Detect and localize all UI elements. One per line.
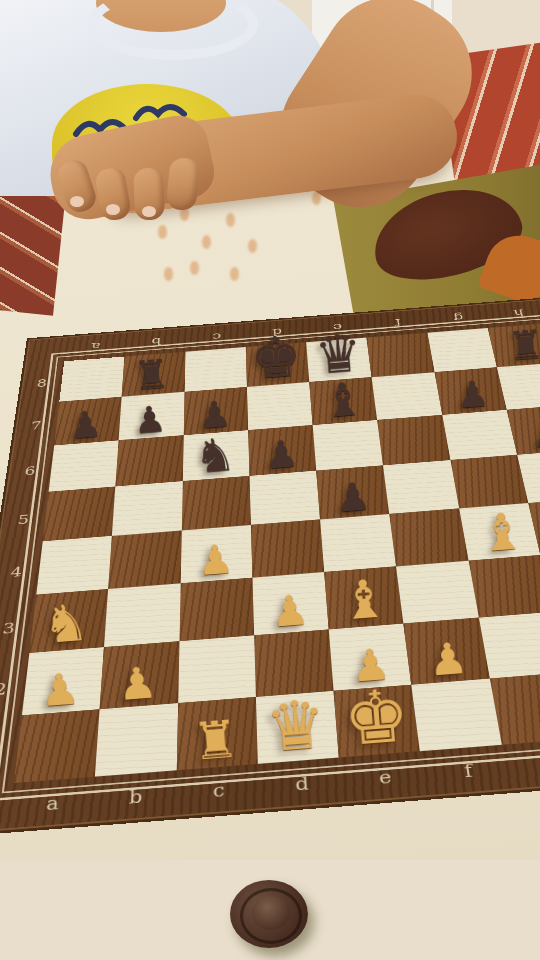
- square-f3[interactable]: [396, 561, 478, 623]
- square-e3[interactable]: ♝: [324, 567, 403, 630]
- square-a2[interactable]: ♟: [22, 647, 104, 715]
- chess-board-wrapper: 87654321 87654321 abcdefgh abcdefgh ♜♚♛♜…: [0, 295, 540, 838]
- coord-label-e: e: [342, 751, 430, 804]
- white-pawn-c4[interactable]: ♟: [177, 537, 252, 583]
- square-a4[interactable]: [36, 536, 112, 595]
- white-pawn-d3[interactable]: ♟: [251, 587, 329, 635]
- square-d4[interactable]: [251, 519, 324, 577]
- square-g3[interactable]: [468, 555, 540, 617]
- captured-pawn-head: [252, 896, 290, 930]
- square-g6[interactable]: [442, 410, 517, 460]
- coord-label-e: e: [306, 313, 369, 342]
- white-pawn-f2[interactable]: ♟: [408, 634, 489, 684]
- square-a1[interactable]: [14, 709, 100, 783]
- square-f4[interactable]: [389, 509, 468, 567]
- black-pawn-d6[interactable]: ♟: [247, 433, 317, 476]
- square-e6[interactable]: [313, 420, 383, 471]
- white-knight-a3[interactable]: ♞: [26, 595, 105, 652]
- square-g7[interactable]: ♟: [434, 367, 506, 414]
- square-d7[interactable]: [247, 382, 313, 430]
- chess-board: 87654321 87654321 abcdefgh abcdefgh ♜♚♛♜…: [0, 295, 540, 838]
- white-bishop-e3[interactable]: ♝: [325, 570, 404, 628]
- square-a8[interactable]: [59, 357, 124, 402]
- tablecloth-sprig-cluster-1: [150, 195, 280, 305]
- square-a6[interactable]: [49, 440, 119, 491]
- coord-label-f: f: [366, 308, 430, 337]
- square-c6[interactable]: ♞: [182, 430, 249, 481]
- black-pawn-b7[interactable]: ♟: [116, 399, 183, 440]
- square-e5[interactable]: ♟: [316, 465, 389, 519]
- coord-label-c: c: [186, 322, 247, 351]
- black-rook-h8[interactable]: ♜: [493, 323, 540, 367]
- white-pawn-b2[interactable]: ♟: [97, 659, 178, 709]
- white-queen-d1[interactable]: ♛: [253, 690, 339, 763]
- square-b5[interactable]: [112, 481, 182, 536]
- captured-black-pawn: [230, 880, 308, 948]
- square-a5[interactable]: [43, 486, 116, 541]
- black-pawn-a7[interactable]: ♟: [52, 404, 119, 445]
- coord-label-a: a: [8, 777, 96, 830]
- square-b3[interactable]: [104, 584, 180, 647]
- coord-label-4: 4: [0, 543, 42, 601]
- square-g8[interactable]: [427, 328, 497, 372]
- square-d3[interactable]: ♟: [252, 572, 328, 635]
- square-b2[interactable]: ♟: [100, 641, 179, 709]
- square-c2[interactable]: [178, 635, 256, 703]
- coord-label-a: a: [64, 332, 127, 361]
- square-d5[interactable]: [249, 470, 320, 524]
- white-rook-c1[interactable]: ♜: [173, 712, 258, 770]
- coord-label-b: b: [125, 327, 187, 356]
- white-bishop-g4[interactable]: ♝: [464, 504, 540, 560]
- fingernail-1: [70, 196, 84, 207]
- board-squares: ♜♚♛♜♟♟♟♝♟♞♟♟♟♝♟♝♞♟♝♟♟♟♟♜♛♚: [14, 323, 540, 783]
- black-pawn-e5[interactable]: ♟: [317, 475, 389, 519]
- square-c8[interactable]: [184, 347, 246, 392]
- square-c4[interactable]: ♟: [180, 525, 252, 584]
- coord-label-5: 5: [0, 493, 48, 547]
- coord-label-7: 7: [12, 402, 59, 449]
- coord-label-h: h: [486, 299, 540, 328]
- coord-label-d: d: [247, 318, 309, 347]
- coord-label-g: g: [426, 304, 491, 333]
- black-bishop-e7[interactable]: ♝: [309, 374, 377, 425]
- square-a3[interactable]: ♞: [29, 589, 108, 652]
- square-f5[interactable]: [383, 460, 459, 514]
- square-b6[interactable]: [116, 435, 184, 486]
- square-c1[interactable]: ♜: [176, 697, 257, 771]
- square-e4[interactable]: [320, 514, 396, 572]
- coord-label-8: 8: [19, 361, 64, 405]
- square-f8[interactable]: [367, 333, 435, 378]
- coord-label-b: b: [93, 770, 178, 823]
- square-g1[interactable]: [489, 672, 540, 744]
- square-c5[interactable]: [181, 476, 250, 531]
- square-f6[interactable]: [377, 415, 450, 466]
- coord-label-6: 6: [5, 446, 54, 496]
- square-d8[interactable]: ♚: [246, 342, 310, 387]
- coord-label-f: f: [424, 744, 514, 796]
- square-g4[interactable]: ♝: [459, 503, 540, 561]
- square-f2[interactable]: ♟: [404, 617, 490, 684]
- fingernail-3: [142, 206, 156, 217]
- square-e7[interactable]: ♝: [309, 377, 377, 425]
- black-bishop-h5[interactable]: ♝: [524, 449, 540, 503]
- square-e1[interactable]: ♚: [334, 685, 421, 758]
- black-knight-c6[interactable]: ♞: [179, 430, 249, 481]
- black-pawn-g7[interactable]: ♟: [439, 373, 506, 414]
- square-b7[interactable]: ♟: [119, 392, 185, 440]
- white-king-e1[interactable]: ♚: [333, 678, 420, 757]
- black-rook-b8[interactable]: ♜: [119, 353, 184, 397]
- square-d6[interactable]: ♟: [248, 425, 316, 476]
- white-pawn-a2[interactable]: ♟: [19, 665, 100, 715]
- coord-label-d: d: [260, 757, 346, 810]
- square-b8[interactable]: ♜: [122, 352, 185, 397]
- square-d1[interactable]: ♛: [256, 691, 339, 764]
- square-a7[interactable]: ♟: [54, 397, 122, 445]
- coord-label-g: g: [506, 738, 540, 790]
- square-b1[interactable]: [95, 703, 178, 777]
- square-f1[interactable]: [411, 678, 501, 751]
- square-c3[interactable]: [179, 578, 254, 641]
- fingernail-2: [106, 204, 120, 215]
- square-h8[interactable]: ♜: [488, 323, 540, 367]
- square-b4[interactable]: [108, 530, 181, 589]
- coord-label-c: c: [177, 764, 261, 817]
